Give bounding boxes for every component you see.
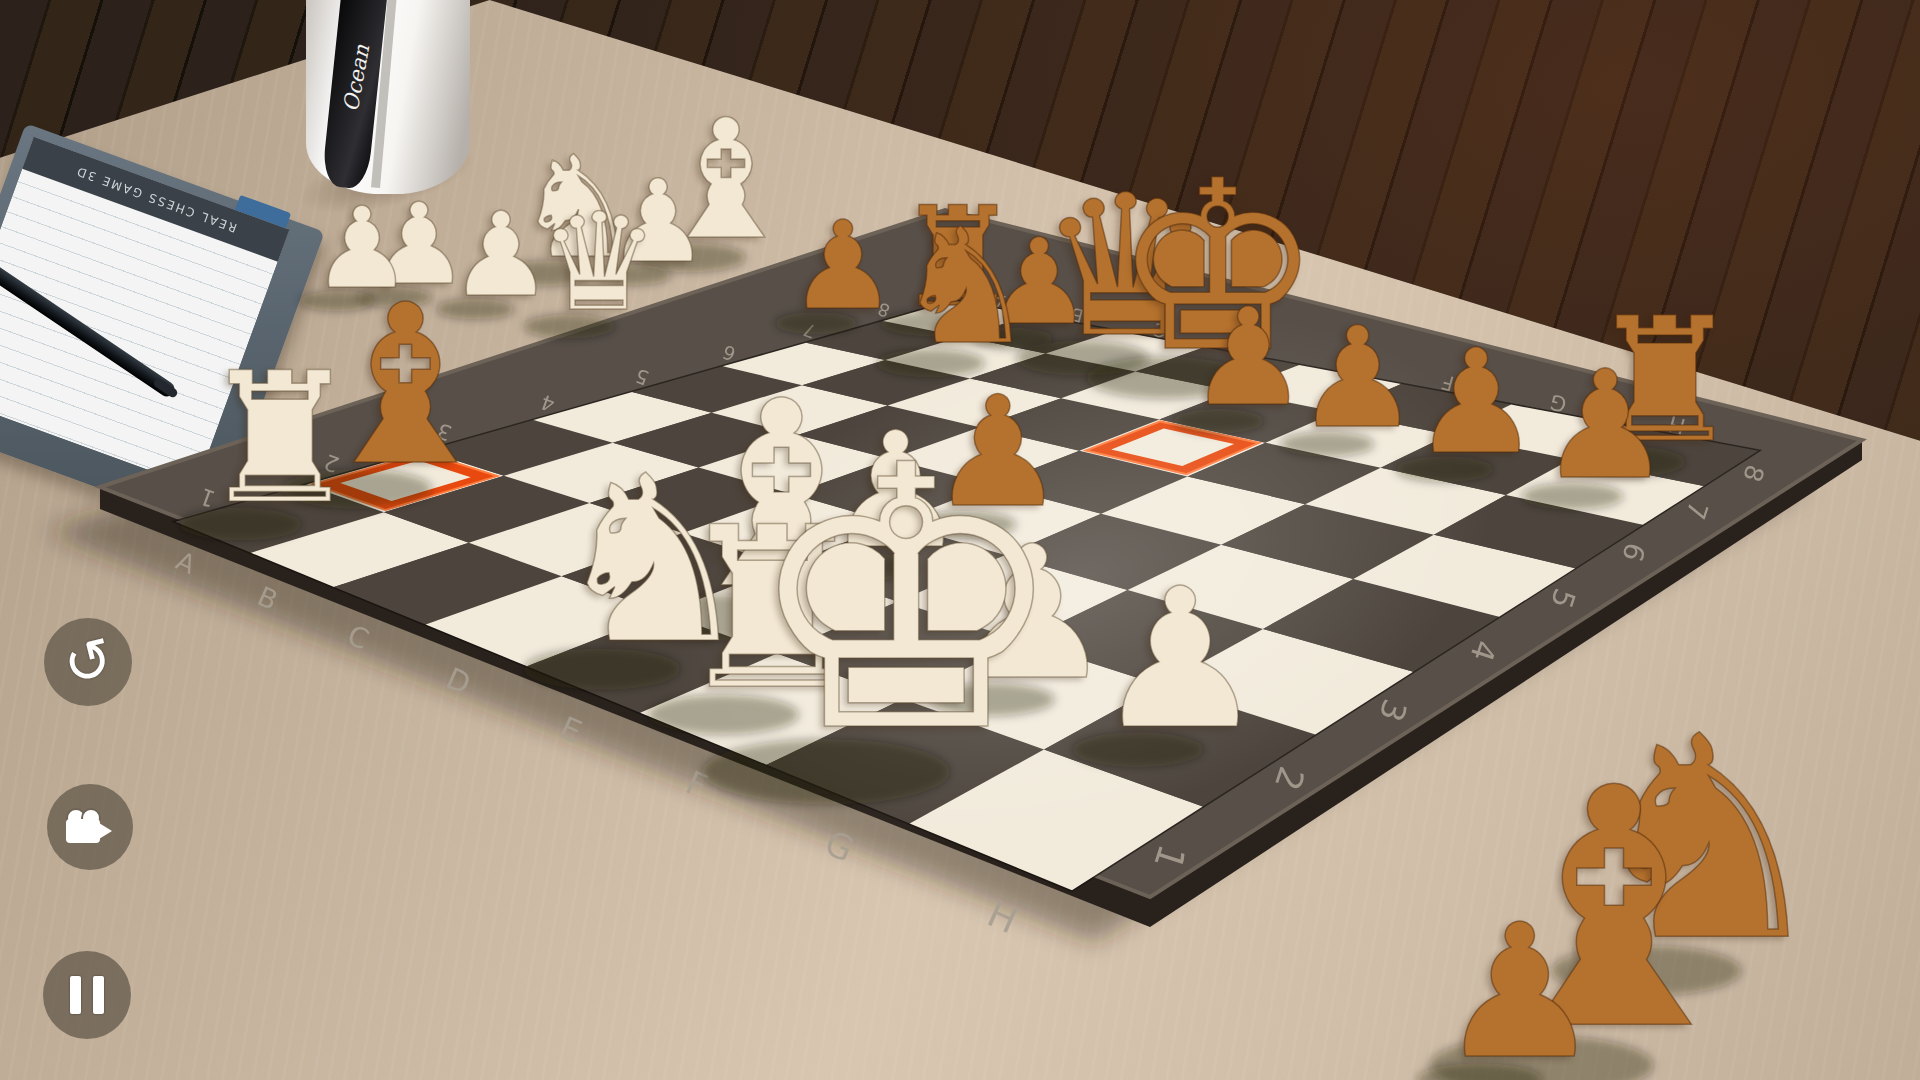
captured-brown-pawn: ♟: [788, 205, 897, 327]
pause-button[interactable]: [43, 951, 131, 1039]
camera-button[interactable]: [47, 784, 133, 870]
video-camera-icon: [66, 810, 114, 844]
piece-white-rook-a1[interactable]: ♜: [199, 350, 360, 530]
captured-brown-pawn: ♟: [1437, 900, 1603, 1080]
captured-white-queen: ♛: [538, 195, 659, 330]
undo-button[interactable]: ↺: [44, 618, 132, 706]
piece-brown-pawn-e7[interactable]: ♟: [1188, 291, 1309, 426]
piece-brown-pawn-g7[interactable]: ♟: [1412, 329, 1541, 473]
pause-bars-icon: [93, 976, 104, 1014]
pause-bars-icon: [70, 976, 81, 1014]
piece-white-king-g1[interactable]: ♚: [743, 419, 1069, 783]
piece-white-pawn-h2[interactable]: ♟: [1094, 562, 1267, 755]
piece-brown-pawn-h7[interactable]: ♟: [1538, 351, 1672, 501]
piece-brown-knight-b7[interactable]: ♞: [894, 209, 1037, 368]
undo-arrow-icon: ↺: [56, 623, 120, 701]
piece-brown-pawn-f7[interactable]: ♟: [1295, 309, 1420, 448]
